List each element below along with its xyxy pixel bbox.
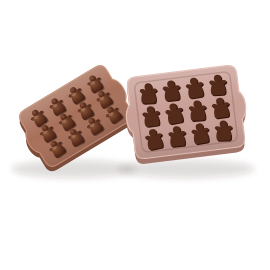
mold-scene-svg bbox=[0, 0, 270, 270]
front-mold-top bbox=[122, 64, 251, 160]
product-photo bbox=[0, 0, 270, 270]
